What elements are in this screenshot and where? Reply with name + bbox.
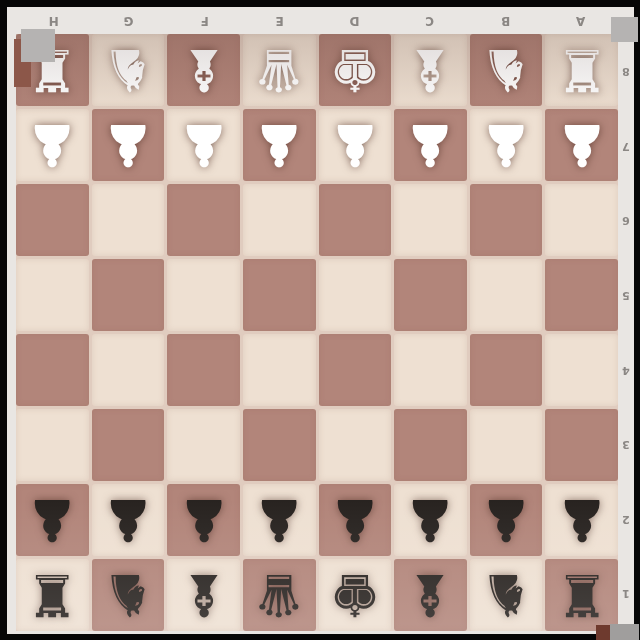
- square-g6[interactable]: [92, 184, 165, 256]
- square-a4[interactable]: [545, 334, 618, 406]
- black-rook[interactable]: ♜: [556, 566, 608, 624]
- rank-labels-right: 87654321: [618, 34, 634, 631]
- corner-board-shadow-bottom-right: [596, 625, 611, 640]
- square-c5[interactable]: [394, 259, 467, 331]
- white-pawn[interactable]: ♟: [480, 116, 532, 174]
- square-d8[interactable]: ♚: [319, 34, 392, 106]
- square-e3[interactable]: [243, 409, 316, 481]
- white-pawn[interactable]: ♟: [26, 116, 78, 174]
- square-c6[interactable]: [394, 184, 467, 256]
- square-d1[interactable]: ♚: [319, 559, 392, 631]
- rank-label-1: 1: [618, 556, 634, 631]
- square-b1[interactable]: ♞: [470, 559, 543, 631]
- file-label-g: G: [91, 15, 166, 27]
- board-panel: HGFEDCBA ♜♞♝♛♚♝♞♜♟♟♟♟♟♟♟♟♟♟♟♟♟♟♟♟♜♞♝♛♚♝♞…: [7, 7, 634, 634]
- black-rook[interactable]: ♜: [26, 566, 78, 624]
- square-a7[interactable]: ♟: [545, 109, 618, 181]
- square-g7[interactable]: ♟: [92, 109, 165, 181]
- square-h3[interactable]: [16, 409, 89, 481]
- square-g4[interactable]: [92, 334, 165, 406]
- square-f5[interactable]: [167, 259, 240, 331]
- square-e1[interactable]: ♛: [243, 559, 316, 631]
- square-d4[interactable]: [319, 334, 392, 406]
- black-pawn[interactable]: ♟: [26, 491, 78, 549]
- white-pawn[interactable]: ♟: [329, 116, 381, 174]
- square-b8[interactable]: ♞: [470, 34, 543, 106]
- black-king[interactable]: ♚: [329, 566, 381, 624]
- square-h2[interactable]: ♟: [16, 484, 89, 556]
- square-g5[interactable]: [92, 259, 165, 331]
- white-pawn[interactable]: ♟: [556, 116, 608, 174]
- file-label-b: B: [468, 15, 543, 27]
- square-d6[interactable]: [319, 184, 392, 256]
- square-g1[interactable]: ♞: [92, 559, 165, 631]
- square-e7[interactable]: ♟: [243, 109, 316, 181]
- square-e6[interactable]: [243, 184, 316, 256]
- white-king[interactable]: ♚: [329, 41, 381, 99]
- square-f2[interactable]: ♟: [167, 484, 240, 556]
- square-h1[interactable]: ♜: [16, 559, 89, 631]
- white-queen[interactable]: ♛: [253, 41, 305, 99]
- square-h4[interactable]: [16, 334, 89, 406]
- file-label-h: H: [16, 15, 91, 27]
- white-bishop[interactable]: ♝: [178, 41, 230, 99]
- black-pawn[interactable]: ♟: [102, 491, 154, 549]
- black-bishop[interactable]: ♝: [404, 566, 456, 624]
- white-pawn[interactable]: ♟: [404, 116, 456, 174]
- square-b3[interactable]: [470, 409, 543, 481]
- square-b6[interactable]: [470, 184, 543, 256]
- square-a1[interactable]: ♜: [545, 559, 618, 631]
- white-pawn[interactable]: ♟: [102, 116, 154, 174]
- square-d5[interactable]: [319, 259, 392, 331]
- black-pawn[interactable]: ♟: [404, 491, 456, 549]
- rank-label-6: 6: [618, 183, 634, 258]
- square-c8[interactable]: ♝: [394, 34, 467, 106]
- square-f1[interactable]: ♝: [167, 559, 240, 631]
- file-label-a: A: [543, 15, 618, 27]
- file-label-d: D: [317, 15, 392, 27]
- black-pawn[interactable]: ♟: [178, 491, 230, 549]
- window-frame: HGFEDCBA ♜♞♝♛♚♝♞♜♟♟♟♟♟♟♟♟♟♟♟♟♟♟♟♟♜♞♝♛♚♝♞…: [0, 0, 640, 640]
- square-h7[interactable]: ♟: [16, 109, 89, 181]
- square-a3[interactable]: [545, 409, 618, 481]
- white-pawn[interactable]: ♟: [178, 116, 230, 174]
- square-g3[interactable]: [92, 409, 165, 481]
- square-h6[interactable]: [16, 184, 89, 256]
- corner-widget-top-right: [611, 17, 638, 42]
- square-a5[interactable]: [545, 259, 618, 331]
- rank-label-2: 2: [618, 482, 634, 557]
- corner-widget-bottom-right: [610, 624, 639, 640]
- black-pawn[interactable]: ♟: [480, 491, 532, 549]
- rank-label-7: 7: [618, 109, 634, 184]
- square-c2[interactable]: ♟: [394, 484, 467, 556]
- square-d2[interactable]: ♟: [319, 484, 392, 556]
- square-g8[interactable]: ♞: [92, 34, 165, 106]
- corner-widget-top-left: [21, 29, 55, 62]
- square-d7[interactable]: ♟: [319, 109, 392, 181]
- black-pawn[interactable]: ♟: [253, 491, 305, 549]
- rank-label-3: 3: [618, 407, 634, 482]
- file-label-e: E: [242, 15, 317, 27]
- white-knight[interactable]: ♞: [480, 41, 532, 99]
- file-label-f: F: [167, 15, 242, 27]
- square-d3[interactable]: [319, 409, 392, 481]
- square-c4[interactable]: [394, 334, 467, 406]
- square-e8[interactable]: ♛: [243, 34, 316, 106]
- square-a8[interactable]: ♜: [545, 34, 618, 106]
- square-f7[interactable]: ♟: [167, 109, 240, 181]
- square-g2[interactable]: ♟: [92, 484, 165, 556]
- rank-label-5: 5: [618, 258, 634, 333]
- rank-label-8: 8: [618, 34, 634, 109]
- white-bishop[interactable]: ♝: [404, 41, 456, 99]
- square-h5[interactable]: [16, 259, 89, 331]
- white-rook[interactable]: ♜: [556, 41, 608, 99]
- file-labels-top: HGFEDCBA: [16, 7, 618, 34]
- square-c3[interactable]: [394, 409, 467, 481]
- square-b4[interactable]: [470, 334, 543, 406]
- square-e2[interactable]: ♟: [243, 484, 316, 556]
- black-knight[interactable]: ♞: [480, 566, 532, 624]
- square-c7[interactable]: ♟: [394, 109, 467, 181]
- square-e4[interactable]: [243, 334, 316, 406]
- square-b7[interactable]: ♟: [470, 109, 543, 181]
- square-b2[interactable]: ♟: [470, 484, 543, 556]
- square-c1[interactable]: ♝: [394, 559, 467, 631]
- rank-label-4: 4: [618, 333, 634, 408]
- square-a6[interactable]: [545, 184, 618, 256]
- square-f4[interactable]: [167, 334, 240, 406]
- chess-board[interactable]: ♜♞♝♛♚♝♞♜♟♟♟♟♟♟♟♟♟♟♟♟♟♟♟♟♜♞♝♛♚♝♞♜: [16, 34, 618, 631]
- square-f6[interactable]: [167, 184, 240, 256]
- black-pawn[interactable]: ♟: [556, 491, 608, 549]
- square-e5[interactable]: [243, 259, 316, 331]
- white-pawn[interactable]: ♟: [253, 116, 305, 174]
- square-a2[interactable]: ♟: [545, 484, 618, 556]
- white-knight[interactable]: ♞: [102, 41, 154, 99]
- black-bishop[interactable]: ♝: [178, 566, 230, 624]
- black-queen[interactable]: ♛: [253, 566, 305, 624]
- black-pawn[interactable]: ♟: [329, 491, 381, 549]
- square-f3[interactable]: [167, 409, 240, 481]
- file-label-c: C: [392, 15, 467, 27]
- black-knight[interactable]: ♞: [102, 566, 154, 624]
- square-b5[interactable]: [470, 259, 543, 331]
- square-f8[interactable]: ♝: [167, 34, 240, 106]
